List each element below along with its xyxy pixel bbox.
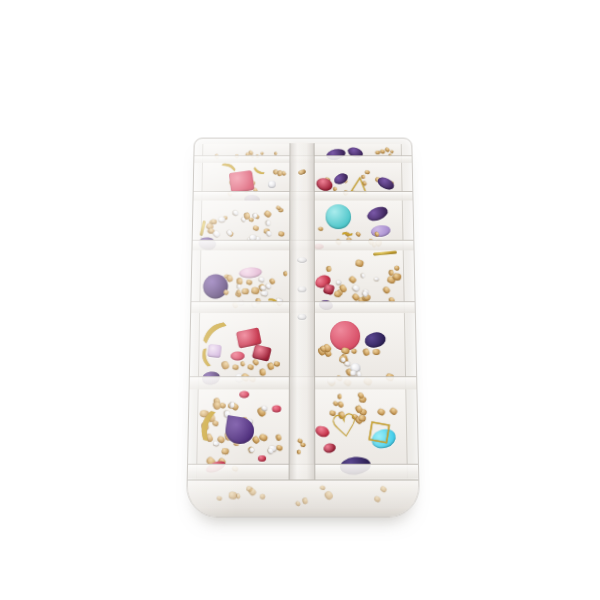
champagne-bead <box>239 361 245 368</box>
champagne-bead <box>381 286 391 296</box>
product-photo: ((△~((((♡□ <box>0 0 600 600</box>
clear-crystal-bead <box>265 230 273 238</box>
champagne-bead <box>394 265 400 270</box>
clear-crystal <box>268 181 276 189</box>
clear-crystal-bead <box>236 284 240 289</box>
champagne-bead <box>221 448 228 454</box>
champagne-bead <box>252 225 259 231</box>
champagne-bead <box>349 275 358 284</box>
champagne-bead <box>320 485 326 490</box>
clear-crystal-bead <box>260 290 268 297</box>
champagne-bead <box>242 288 249 294</box>
champagne-bead <box>355 232 361 238</box>
molded-bump <box>298 314 307 320</box>
champagne-bead <box>294 500 301 507</box>
gold-bead <box>298 168 307 175</box>
champagne-bead <box>389 407 398 416</box>
gold-wire: ( <box>251 166 265 177</box>
champagne-bead <box>372 349 379 355</box>
case-bottom-rim <box>187 479 419 516</box>
gold-heart-charm: ♡ <box>329 409 361 444</box>
champagne-bead <box>363 348 371 356</box>
clear-crystal-bead <box>374 277 379 282</box>
champagne-bead <box>323 490 334 501</box>
champagne-bead <box>377 407 386 416</box>
champagne-bead <box>301 443 307 448</box>
champagne-bead <box>276 444 284 452</box>
navy-oval-gem <box>364 331 388 350</box>
clear-crystal-bead <box>264 220 270 227</box>
champagne-bead <box>318 226 324 231</box>
gold-wire-sliver <box>199 220 205 236</box>
champagne-bead <box>358 414 366 421</box>
champagne-bead <box>275 433 282 441</box>
purple-gem <box>375 175 396 192</box>
red-disc-gem <box>330 321 360 351</box>
champagne-bead <box>380 485 388 493</box>
champagne-bead <box>326 266 332 272</box>
storage-case: ((△~((((♡□ <box>186 138 420 518</box>
champagne-bead <box>247 363 254 370</box>
champagne-bead <box>264 210 273 218</box>
champagne-bead <box>302 497 308 504</box>
red-gem <box>230 351 244 360</box>
clear-crystal-bead <box>249 446 255 453</box>
gold-frame-charm: □ <box>366 417 393 446</box>
clear-crystal-bead <box>218 217 225 223</box>
champagne-bead <box>352 349 358 354</box>
molded-bump <box>297 257 307 263</box>
clear-crystal-bead <box>258 277 265 284</box>
red-gem <box>258 455 266 461</box>
champagne-bead <box>221 360 230 370</box>
clear-crystal-bead <box>231 210 238 217</box>
molded-bump <box>298 287 307 293</box>
lavender-oval-gem <box>370 224 391 238</box>
champagne-bead <box>297 449 301 454</box>
red-gem <box>272 405 281 412</box>
champagne-bead <box>277 170 282 176</box>
champagne-bead <box>355 259 364 267</box>
champagne-bead <box>234 493 240 500</box>
clear-crystal-bead <box>360 273 365 279</box>
red-square-gem <box>228 170 254 193</box>
champagne-bead <box>233 364 239 369</box>
champagne-bead <box>373 495 382 504</box>
purple-gem <box>365 204 390 223</box>
clear-crystal-bead <box>212 229 221 237</box>
gold-wire: ( <box>198 316 230 346</box>
champagne-bead <box>274 361 281 367</box>
gold-stick <box>373 251 397 256</box>
champagne-bead <box>260 493 266 498</box>
case-center-spine <box>289 143 316 480</box>
clear-crystal-bead <box>213 441 220 447</box>
red-gem <box>314 424 331 439</box>
champagne-bead <box>211 219 217 225</box>
red-gem <box>239 391 249 398</box>
champagne-bead <box>283 271 288 277</box>
champagne-bead <box>278 231 285 237</box>
champagne-bead <box>337 394 342 399</box>
purple-gem <box>332 171 349 186</box>
champagne-bead <box>216 496 222 502</box>
champagne-bead <box>246 279 254 286</box>
clear-crystal-bead <box>351 284 360 292</box>
